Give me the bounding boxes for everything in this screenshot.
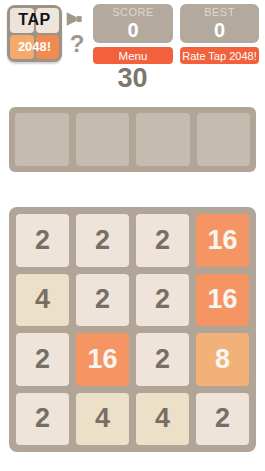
score-box: SCORE 0 bbox=[93, 4, 173, 43]
tile-4[interactable]: 4 bbox=[76, 393, 129, 446]
tile-2[interactable]: 2 bbox=[196, 393, 249, 446]
tile-8[interactable]: 8 bbox=[196, 333, 249, 386]
preview-row bbox=[9, 107, 256, 172]
tile-2[interactable]: 2 bbox=[136, 333, 189, 386]
menu-button[interactable]: Menu bbox=[93, 47, 173, 64]
preview-cell-empty bbox=[197, 113, 251, 166]
tile-4[interactable]: 4 bbox=[136, 393, 189, 446]
tap-2048-app: TAP 2048! ? SCORE 0 BEST 0 Menu Rate Tap… bbox=[0, 0, 265, 471]
tile-16[interactable]: 16 bbox=[76, 333, 129, 386]
tile-2[interactable]: 2 bbox=[76, 274, 129, 327]
tile-grid: 2221642216216282442 bbox=[9, 207, 256, 452]
best-box: BEST 0 bbox=[180, 4, 259, 43]
tile-2[interactable]: 2 bbox=[136, 274, 189, 327]
counter-value: 30 bbox=[0, 63, 265, 94]
sound-icon[interactable] bbox=[65, 9, 85, 29]
tile-2[interactable]: 2 bbox=[136, 214, 189, 267]
score-value: 0 bbox=[127, 19, 138, 41]
preview-cell-empty bbox=[136, 113, 190, 166]
help-icon[interactable]: ? bbox=[67, 30, 87, 58]
score-label: SCORE bbox=[112, 6, 154, 18]
best-value: 0 bbox=[214, 19, 225, 41]
tile-2[interactable]: 2 bbox=[16, 214, 69, 267]
preview-cell-empty bbox=[76, 113, 130, 166]
preview-cell-empty bbox=[15, 113, 69, 166]
tile-2[interactable]: 2 bbox=[16, 333, 69, 386]
tile-16[interactable]: 16 bbox=[196, 214, 249, 267]
tile-2[interactable]: 2 bbox=[16, 393, 69, 446]
logo-subtitle: 2048! bbox=[7, 39, 62, 54]
tile-2[interactable]: 2 bbox=[76, 214, 129, 267]
tile-16[interactable]: 16 bbox=[196, 274, 249, 327]
logo-title: TAP bbox=[7, 11, 62, 29]
rate-button[interactable]: Rate Tap 2048! bbox=[180, 47, 259, 64]
app-logo: TAP 2048! bbox=[7, 5, 62, 62]
best-label: BEST bbox=[204, 6, 235, 18]
tile-4[interactable]: 4 bbox=[16, 274, 69, 327]
